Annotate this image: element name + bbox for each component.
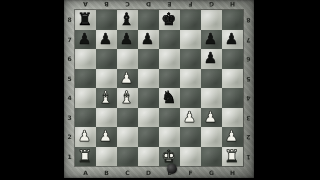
square-b8[interactable] [96, 10, 117, 30]
black-rook-a8[interactable]: ♜ [77, 10, 92, 29]
rank-label-left-4: 4 [64, 88, 75, 108]
square-h5[interactable] [222, 69, 243, 89]
files-top: ABCDEFGH [75, 0, 243, 10]
rank-label-right-5: 5 [243, 69, 254, 89]
square-e1[interactable]: ♚ [159, 147, 180, 167]
ranks-right: 87654321 [243, 10, 254, 166]
square-g1[interactable] [201, 147, 222, 167]
file-label-top-b: B [96, 0, 117, 10]
file-label-top-h: H [222, 0, 243, 10]
square-f4[interactable] [180, 88, 201, 108]
file-label-bottom-g: G [201, 166, 222, 178]
file-label-top-g: G [201, 0, 222, 10]
square-b7[interactable]: ♟ [96, 30, 117, 50]
video-frame: ABCDEFGH ABCDEFGH 87654321 87654321 ♜♝♚♟… [0, 0, 320, 180]
square-c4[interactable]: ♝ [117, 88, 138, 108]
square-d2[interactable] [138, 127, 159, 147]
file-label-bottom-b: B [96, 166, 117, 178]
square-c5[interactable]: ♟ [117, 69, 138, 89]
black-pawn-g6[interactable]: ♟ [204, 49, 217, 68]
square-g4[interactable] [201, 88, 222, 108]
rank-label-left-2: 2 [64, 127, 75, 147]
square-d8[interactable] [138, 10, 159, 30]
square-d6[interactable] [138, 49, 159, 69]
square-h6[interactable] [222, 49, 243, 69]
ranks-left: 87654321 [64, 10, 75, 166]
file-label-bottom-d: D [138, 166, 159, 178]
square-f1[interactable] [180, 147, 201, 167]
square-b3[interactable] [96, 108, 117, 128]
square-g8[interactable] [201, 10, 222, 30]
square-e5[interactable] [159, 69, 180, 89]
square-g3[interactable]: ♟ [201, 108, 222, 128]
square-a7[interactable]: ♟ [75, 30, 96, 50]
rank-label-left-5: 5 [64, 69, 75, 89]
square-a8[interactable]: ♜ [75, 10, 96, 30]
rank-label-left-3: 3 [64, 108, 75, 128]
square-e4[interactable]: ♞ [159, 88, 180, 108]
rank-label-right-1: 1 [243, 147, 254, 167]
square-a3[interactable] [75, 108, 96, 128]
rank-label-right-7: 7 [243, 30, 254, 50]
square-c6[interactable] [117, 49, 138, 69]
square-c1[interactable] [117, 147, 138, 167]
black-king-e8[interactable]: ♚ [161, 10, 176, 29]
white-bishop-b4[interactable]: ♝ [98, 88, 113, 107]
black-pawn-h7[interactable]: ♟ [225, 30, 238, 49]
square-h8[interactable] [222, 10, 243, 30]
square-f3[interactable]: ♟ [180, 108, 201, 128]
square-g2[interactable] [201, 127, 222, 147]
file-label-bottom-h: H [222, 166, 243, 178]
file-label-top-d: D [138, 0, 159, 10]
white-king-e1[interactable]: ♚ [161, 147, 176, 166]
square-h2[interactable]: ♟ [222, 127, 243, 147]
turn-indicator-dot [167, 164, 177, 174]
square-h4[interactable] [222, 88, 243, 108]
square-f5[interactable] [180, 69, 201, 89]
square-b2[interactable]: ♟ [96, 127, 117, 147]
rank-label-left-6: 6 [64, 49, 75, 69]
black-pawn-a7[interactable]: ♟ [78, 30, 91, 49]
rank-label-right-6: 6 [243, 49, 254, 69]
rank-label-left-8: 8 [64, 10, 75, 30]
chess-board: ABCDEFGH ABCDEFGH 87654321 87654321 ♜♝♚♟… [64, 0, 254, 178]
square-b4[interactable]: ♝ [96, 88, 117, 108]
white-pawn-b2[interactable]: ♟ [99, 127, 112, 146]
square-d1[interactable] [138, 147, 159, 167]
square-c3[interactable] [117, 108, 138, 128]
square-a4[interactable] [75, 88, 96, 108]
white-pawn-c5[interactable]: ♟ [120, 69, 133, 88]
black-pawn-c7[interactable]: ♟ [120, 30, 133, 49]
square-g6[interactable]: ♟ [201, 49, 222, 69]
rank-label-right-4: 4 [243, 88, 254, 108]
black-knight-e4[interactable]: ♞ [161, 88, 176, 107]
rank-label-right-2: 2 [243, 127, 254, 147]
white-pawn-g3[interactable]: ♟ [204, 108, 217, 127]
white-pawn-f3[interactable]: ♟ [183, 108, 196, 127]
rank-label-left-1: 1 [64, 147, 75, 167]
white-rook-a1[interactable]: ♜ [77, 147, 92, 166]
files-bottom: ABCDEFGH [75, 166, 243, 178]
square-c7[interactable]: ♟ [117, 30, 138, 50]
square-f7[interactable] [180, 30, 201, 50]
black-pawn-g7[interactable]: ♟ [204, 30, 217, 49]
square-a5[interactable] [75, 69, 96, 89]
square-d4[interactable] [138, 88, 159, 108]
square-h1[interactable]: ♜ [222, 147, 243, 167]
white-pawn-h2[interactable]: ♟ [225, 127, 238, 146]
square-a2[interactable]: ♟ [75, 127, 96, 147]
rank-label-right-8: 8 [243, 10, 254, 30]
white-bishop-c4[interactable]: ♝ [119, 88, 134, 107]
square-a1[interactable]: ♜ [75, 147, 96, 167]
board-squares: ♜♝♚♟♟♟♟♟♟♟♟♝♝♞♟♟♟♟♟♜♚♜ [75, 10, 243, 166]
square-a6[interactable] [75, 49, 96, 69]
square-g5[interactable] [201, 69, 222, 89]
rank-label-left-7: 7 [64, 30, 75, 50]
white-rook-h1[interactable]: ♜ [224, 147, 239, 166]
square-c2[interactable] [117, 127, 138, 147]
square-h7[interactable]: ♟ [222, 30, 243, 50]
file-label-bottom-a: A [75, 166, 96, 178]
square-g7[interactable]: ♟ [201, 30, 222, 50]
square-b1[interactable] [96, 147, 117, 167]
square-d5[interactable] [138, 69, 159, 89]
square-e7[interactable] [159, 30, 180, 50]
file-label-bottom-f: F [180, 166, 201, 178]
rank-label-right-3: 3 [243, 108, 254, 128]
square-d7[interactable]: ♟ [138, 30, 159, 50]
square-d3[interactable] [138, 108, 159, 128]
square-f2[interactable] [180, 127, 201, 147]
square-e6[interactable] [159, 49, 180, 69]
square-b5[interactable] [96, 69, 117, 89]
square-e2[interactable] [159, 127, 180, 147]
square-f6[interactable] [180, 49, 201, 69]
file-label-top-f: F [180, 0, 201, 10]
square-f8[interactable] [180, 10, 201, 30]
square-e3[interactable] [159, 108, 180, 128]
white-pawn-a2[interactable]: ♟ [78, 127, 91, 146]
square-c8[interactable]: ♝ [117, 10, 138, 30]
square-b6[interactable] [96, 49, 117, 69]
square-e8[interactable]: ♚ [159, 10, 180, 30]
black-pawn-d7[interactable]: ♟ [141, 30, 154, 49]
black-bishop-c8[interactable]: ♝ [119, 10, 134, 29]
square-h3[interactable] [222, 108, 243, 128]
file-label-bottom-c: C [117, 166, 138, 178]
black-pawn-b7[interactable]: ♟ [99, 30, 112, 49]
